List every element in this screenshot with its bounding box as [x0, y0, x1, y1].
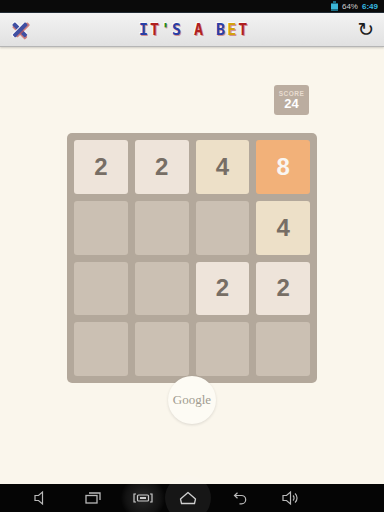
- empty-cell: [135, 262, 189, 316]
- battery-icon: [331, 1, 338, 11]
- empty-cell: [196, 201, 250, 255]
- pressed-glow: [121, 476, 165, 512]
- empty-cell: [135, 322, 189, 376]
- screenshot-icon[interactable]: [121, 484, 165, 512]
- status-bar: 64% 6:49: [0, 0, 384, 13]
- google-button-label: Google: [173, 392, 211, 408]
- title-letter: ': [161, 21, 172, 39]
- tile-2: 2: [256, 262, 310, 316]
- home-icon[interactable]: [166, 484, 210, 512]
- title-letter: T: [150, 21, 161, 39]
- score-value: 24: [284, 97, 298, 110]
- focus-ring: [165, 475, 211, 512]
- title-letter: [205, 21, 216, 39]
- recent-apps-icon[interactable]: [71, 484, 115, 512]
- android-nav-bar: [0, 484, 384, 512]
- tile-4: 4: [196, 140, 250, 194]
- empty-cell: [74, 322, 128, 376]
- title-letter: T: [238, 21, 249, 39]
- app-toolbar: IT'S A BET ↻: [0, 13, 384, 47]
- tile-2: 2: [196, 262, 250, 316]
- title-letter: [183, 21, 194, 39]
- google-button[interactable]: Google: [168, 376, 216, 424]
- title-letter: A: [194, 21, 205, 39]
- tile-4: 4: [256, 201, 310, 255]
- empty-cell: [74, 262, 128, 316]
- title-letter: B: [216, 21, 227, 39]
- score-badge: SCORE 24: [274, 85, 309, 115]
- board-2048[interactable]: 2248422: [67, 133, 317, 383]
- clock: 6:49: [362, 0, 378, 13]
- empty-cell: [74, 201, 128, 255]
- empty-cell: [135, 201, 189, 255]
- tile-2: 2: [74, 140, 128, 194]
- volume-up-icon[interactable]: [268, 484, 312, 512]
- empty-cell: [196, 322, 250, 376]
- close-x-icon[interactable]: [10, 20, 30, 40]
- tile-8: 8: [256, 140, 310, 194]
- battery-percent: 64%: [342, 0, 358, 13]
- volume-down-icon[interactable]: [18, 484, 62, 512]
- screen: 64% 6:49 IT'S A BET ↻ SCORE 24 2248422 G…: [0, 0, 384, 512]
- app-title: IT'S A BET: [139, 21, 249, 39]
- tile-2: 2: [135, 140, 189, 194]
- back-icon[interactable]: [218, 484, 262, 512]
- refresh-icon[interactable]: ↻: [358, 20, 375, 39]
- empty-cell: [256, 322, 310, 376]
- title-letter: S: [172, 21, 183, 39]
- title-letter: E: [227, 21, 238, 39]
- title-letter: I: [139, 21, 150, 39]
